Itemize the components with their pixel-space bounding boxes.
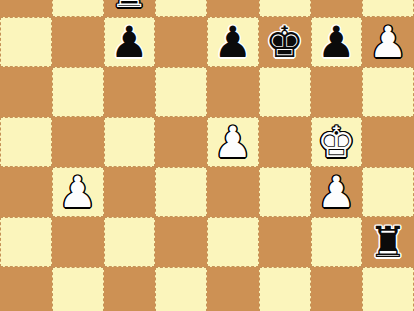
square-a5[interactable] (0, 67, 52, 117)
square-g1[interactable] (311, 267, 363, 311)
square-g3[interactable]: ♟ (311, 167, 363, 217)
square-f3[interactable] (259, 167, 311, 217)
square-c3[interactable] (104, 167, 156, 217)
piece-black-pawn[interactable]: ♟ (214, 17, 253, 67)
square-e4[interactable]: ♟ (207, 117, 259, 167)
square-d7[interactable] (155, 0, 207, 17)
piece-white-pawn[interactable]: ♟ (214, 117, 253, 167)
square-e2[interactable] (207, 217, 259, 267)
piece-white-king[interactable]: ♚ (317, 117, 356, 167)
square-d5[interactable] (155, 67, 207, 117)
piece-black-pawn[interactable]: ♟ (110, 17, 149, 67)
square-a6[interactable] (0, 17, 52, 67)
square-d2[interactable] (155, 217, 207, 267)
piece-white-pawn[interactable]: ♟ (317, 167, 356, 217)
square-e5[interactable] (207, 67, 259, 117)
square-g6[interactable]: ♟ (311, 17, 363, 67)
square-c4[interactable] (104, 117, 156, 167)
square-c1[interactable] (104, 267, 156, 311)
square-f2[interactable] (259, 217, 311, 267)
square-h1[interactable] (362, 267, 414, 311)
piece-black-rook[interactable]: ♜ (369, 217, 408, 267)
piece-black-king[interactable]: ♚ (265, 17, 304, 67)
square-a7[interactable] (0, 0, 52, 17)
square-d6[interactable] (155, 17, 207, 67)
square-b2[interactable] (52, 217, 104, 267)
square-h7[interactable] (362, 0, 414, 17)
square-d4[interactable] (155, 117, 207, 167)
square-b6[interactable] (52, 17, 104, 67)
square-g2[interactable] (311, 217, 363, 267)
square-d3[interactable] (155, 167, 207, 217)
square-b3[interactable]: ♟ (52, 167, 104, 217)
square-e3[interactable] (207, 167, 259, 217)
square-h3[interactable] (362, 167, 414, 217)
square-e7[interactable] (207, 0, 259, 17)
square-h6[interactable]: ♟ (362, 17, 414, 67)
square-b7[interactable] (52, 0, 104, 17)
square-h5[interactable] (362, 67, 414, 117)
square-f4[interactable] (259, 117, 311, 167)
chess-board-screenshot: ♜♟♟♚♟♟♟♚♟♟♜ (0, 0, 414, 311)
square-d1[interactable] (155, 267, 207, 311)
piece-black-pawn[interactable]: ♟ (317, 17, 356, 67)
square-h4[interactable] (362, 117, 414, 167)
piece-white-rook[interactable]: ♜ (110, 0, 149, 17)
square-a1[interactable] (0, 267, 52, 311)
square-f1[interactable] (259, 267, 311, 311)
square-f6[interactable]: ♚ (259, 17, 311, 67)
square-g4[interactable]: ♚ (311, 117, 363, 167)
square-c5[interactable] (104, 67, 156, 117)
square-a4[interactable] (0, 117, 52, 167)
square-b1[interactable] (52, 267, 104, 311)
square-a2[interactable] (0, 217, 52, 267)
square-f7[interactable] (259, 0, 311, 17)
square-c7[interactable]: ♜ (104, 0, 156, 17)
piece-white-pawn[interactable]: ♟ (58, 167, 97, 217)
square-f5[interactable] (259, 67, 311, 117)
square-e6[interactable]: ♟ (207, 17, 259, 67)
square-c2[interactable] (104, 217, 156, 267)
square-a3[interactable] (0, 167, 52, 217)
square-h2[interactable]: ♜ (362, 217, 414, 267)
square-e1[interactable] (207, 267, 259, 311)
square-g5[interactable] (311, 67, 363, 117)
square-g7[interactable] (311, 0, 363, 17)
square-b4[interactable] (52, 117, 104, 167)
chess-board: ♜♟♟♚♟♟♟♚♟♟♜ (0, 0, 414, 311)
square-b5[interactable] (52, 67, 104, 117)
piece-white-pawn[interactable]: ♟ (369, 17, 408, 67)
square-c6[interactable]: ♟ (104, 17, 156, 67)
